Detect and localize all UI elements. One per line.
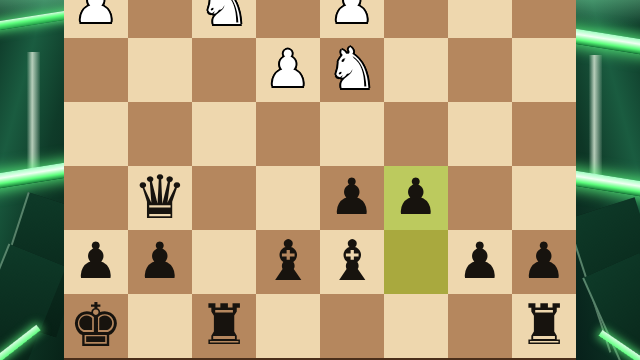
square-b3[interactable] [448, 0, 512, 38]
square-f3[interactable]: ♞ [192, 0, 256, 38]
black-pawn: ♟ [394, 172, 439, 222]
video-frame: ♟♞♟♟♞♛♟♟♟♟♝♝♟♟♚♜♜ [0, 0, 640, 360]
light-pillar [589, 55, 602, 177]
left-decor-panel [0, 0, 64, 360]
black-pawn: ♟ [458, 236, 503, 286]
square-c4[interactable] [384, 38, 448, 102]
square-c6[interactable]: ♟ [384, 166, 448, 230]
square-e5[interactable] [256, 102, 320, 166]
square-a8[interactable]: ♜ [512, 294, 576, 358]
square-h6[interactable] [64, 166, 128, 230]
square-e8[interactable] [256, 294, 320, 358]
black-rook: ♜ [519, 297, 569, 353]
square-a6[interactable] [512, 166, 576, 230]
square-c3[interactable] [384, 0, 448, 38]
square-g6[interactable]: ♛ [128, 166, 192, 230]
square-f8[interactable]: ♜ [192, 294, 256, 358]
square-e3[interactable] [256, 0, 320, 38]
black-queen: ♛ [133, 167, 187, 227]
chess-board: ♟♞♟♟♞♛♟♟♟♟♝♝♟♟♚♜♜ [64, 0, 576, 358]
black-pawn: ♟ [74, 236, 119, 286]
square-g5[interactable] [128, 102, 192, 166]
square-b5[interactable] [448, 102, 512, 166]
square-a5[interactable] [512, 102, 576, 166]
square-b4[interactable] [448, 38, 512, 102]
square-g3[interactable] [128, 0, 192, 38]
white-pawn: ♟ [74, 0, 119, 30]
square-e4[interactable]: ♟ [256, 38, 320, 102]
square-g8[interactable] [128, 294, 192, 358]
square-a7[interactable]: ♟ [512, 230, 576, 294]
square-b7[interactable]: ♟ [448, 230, 512, 294]
square-f6[interactable] [192, 166, 256, 230]
black-pawn: ♟ [138, 236, 183, 286]
neon-stripe [576, 169, 640, 198]
square-d8[interactable] [320, 294, 384, 358]
square-h4[interactable] [64, 38, 128, 102]
square-f4[interactable] [192, 38, 256, 102]
square-e6[interactable] [256, 166, 320, 230]
black-king: ♚ [69, 295, 123, 355]
square-a3[interactable] [512, 0, 576, 38]
ceiling-glow [576, 0, 640, 26]
black-bishop: ♝ [327, 233, 377, 289]
square-g4[interactable] [128, 38, 192, 102]
square-c7[interactable] [384, 230, 448, 294]
light-pillar [27, 52, 40, 174]
square-c5[interactable] [384, 102, 448, 166]
neon-stripe [576, 27, 640, 56]
square-b6[interactable] [448, 166, 512, 230]
square-d3[interactable]: ♟ [320, 0, 384, 38]
right-decor-panel [576, 0, 640, 360]
square-b8[interactable] [448, 294, 512, 358]
square-g7[interactable]: ♟ [128, 230, 192, 294]
white-knight: ♞ [199, 0, 249, 33]
square-h8[interactable]: ♚ [64, 294, 128, 358]
square-d4[interactable]: ♞ [320, 38, 384, 102]
square-h5[interactable] [64, 102, 128, 166]
square-c8[interactable] [384, 294, 448, 358]
black-pawn: ♟ [522, 236, 567, 286]
square-h3[interactable]: ♟ [64, 0, 128, 38]
square-e7[interactable]: ♝ [256, 230, 320, 294]
square-d5[interactable] [320, 102, 384, 166]
black-bishop: ♝ [263, 233, 313, 289]
square-f5[interactable] [192, 102, 256, 166]
square-h7[interactable]: ♟ [64, 230, 128, 294]
black-pawn: ♟ [330, 172, 375, 222]
white-pawn: ♟ [330, 0, 375, 30]
square-a4[interactable] [512, 38, 576, 102]
white-pawn: ♟ [266, 44, 311, 94]
square-f7[interactable] [192, 230, 256, 294]
white-knight: ♞ [327, 41, 377, 97]
square-d6[interactable]: ♟ [320, 166, 384, 230]
square-d7[interactable]: ♝ [320, 230, 384, 294]
black-rook: ♜ [199, 297, 249, 353]
